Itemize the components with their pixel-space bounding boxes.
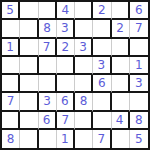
cell-r6c7-empty[interactable] [112,93,130,111]
cell-r8c2-empty[interactable] [20,130,38,148]
cell-r1c6-given[interactable]: 2 [93,2,111,20]
cell-r2c6-empty[interactable] [93,20,111,38]
cell-r6c8-empty[interactable] [130,93,148,111]
cell-r1c5-empty[interactable] [75,2,93,20]
cell-r7c6-empty[interactable] [93,112,111,130]
cell-r6c6-empty[interactable] [93,93,111,111]
board-row-1: 5426 [2,2,148,20]
cell-r7c8-given[interactable]: 8 [130,112,148,130]
cell-r6c2-empty[interactable] [20,93,38,111]
sudoku-board: 5426832717233163736867488175 [0,0,150,150]
cell-r2c8-given[interactable]: 7 [130,20,148,38]
board-row-6: 7368 [2,93,148,111]
cell-r4c1-empty[interactable] [2,57,20,75]
cell-r5c3-empty[interactable] [39,75,57,93]
cell-r3c1-given[interactable]: 1 [2,39,20,57]
cell-r1c4-given[interactable]: 4 [57,2,75,20]
cell-r5c6-given[interactable]: 6 [93,75,111,93]
cell-r4c6-given[interactable]: 3 [93,57,111,75]
cell-r4c5-empty[interactable] [75,57,93,75]
cell-r4c8-given[interactable]: 1 [130,57,148,75]
cell-r5c5-empty[interactable] [75,75,93,93]
cell-r5c1-empty[interactable] [2,75,20,93]
cell-r4c7-empty[interactable] [112,57,130,75]
cell-r3c2-empty[interactable] [20,39,38,57]
cell-r8c1-given[interactable]: 8 [2,130,20,148]
cell-r6c1-given[interactable]: 7 [2,93,20,111]
board-row-8: 8175 [2,130,148,148]
board-row-7: 6748 [2,112,148,130]
cell-r2c4-given[interactable]: 3 [57,20,75,38]
cell-r4c2-empty[interactable] [20,57,38,75]
cell-r1c7-empty[interactable] [112,2,130,20]
cell-r2c5-empty[interactable] [75,20,93,38]
cell-r3c8-empty[interactable] [130,39,148,57]
cell-r2c3-given[interactable]: 8 [39,20,57,38]
cell-r3c3-given[interactable]: 7 [39,39,57,57]
cell-r7c1-empty[interactable] [2,112,20,130]
cell-r7c4-given[interactable]: 7 [57,112,75,130]
cell-r4c3-empty[interactable] [39,57,57,75]
cell-r6c4-given[interactable]: 6 [57,93,75,111]
cell-r2c2-empty[interactable] [20,20,38,38]
cell-r8c3-empty[interactable] [39,130,57,148]
cell-r5c2-empty[interactable] [20,75,38,93]
cell-r2c1-empty[interactable] [2,20,20,38]
cell-r8c8-given[interactable]: 5 [130,130,148,148]
cell-r8c4-given[interactable]: 1 [57,130,75,148]
cell-r6c5-given[interactable]: 8 [75,93,93,111]
cell-r8c7-empty[interactable] [112,130,130,148]
board-row-5: 63 [2,75,148,93]
cell-r2c7-given[interactable]: 2 [112,20,130,38]
cell-r1c1-given[interactable]: 5 [2,2,20,20]
cell-r7c3-given[interactable]: 6 [39,112,57,130]
cell-r7c2-empty[interactable] [20,112,38,130]
cell-r3c7-empty[interactable] [112,39,130,57]
cell-r5c8-given[interactable]: 3 [130,75,148,93]
cell-r5c4-empty[interactable] [57,75,75,93]
cell-r4c4-empty[interactable] [57,57,75,75]
cell-r7c7-given[interactable]: 4 [112,112,130,130]
cell-r3c4-given[interactable]: 2 [57,39,75,57]
cell-r8c5-empty[interactable] [75,130,93,148]
cell-r6c3-given[interactable]: 3 [39,93,57,111]
cell-r1c8-given[interactable]: 6 [130,2,148,20]
cell-r3c5-given[interactable]: 3 [75,39,93,57]
board-row-2: 8327 [2,20,148,38]
cell-r8c6-given[interactable]: 7 [93,130,111,148]
cell-r3c6-empty[interactable] [93,39,111,57]
cell-r5c7-empty[interactable] [112,75,130,93]
board-row-4: 31 [2,57,148,75]
cell-r1c3-empty[interactable] [39,2,57,20]
cell-r1c2-empty[interactable] [20,2,38,20]
board-row-3: 1723 [2,39,148,57]
cell-r7c5-empty[interactable] [75,112,93,130]
